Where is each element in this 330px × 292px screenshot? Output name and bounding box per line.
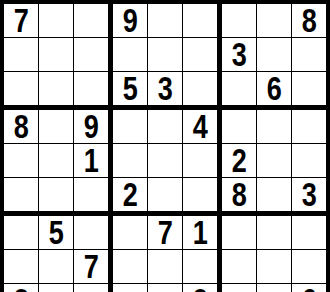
cell-r2c3[interactable]	[74, 38, 108, 71]
digit: 5	[48, 216, 63, 249]
cell-r1c8[interactable]	[257, 4, 291, 37]
cell-r9c9[interactable]: 6	[292, 284, 326, 292]
cell-r2c2[interactable]	[39, 38, 73, 71]
cell-r8c3[interactable]: 7	[74, 250, 108, 283]
cell-r6c7[interactable]: 8	[222, 178, 256, 211]
digit: 7	[13, 4, 28, 37]
cell-r9c6[interactable]: 2	[183, 284, 217, 292]
digit: 7	[83, 250, 98, 283]
cell-r2c1[interactable]	[4, 38, 38, 71]
digit: 8	[231, 178, 246, 211]
cell-r1c5[interactable]	[148, 4, 182, 37]
cell-r1c7[interactable]	[222, 4, 256, 37]
digit: 2	[122, 178, 137, 211]
box-r2c3: 283	[222, 110, 326, 211]
cell-r6c9[interactable]: 3	[292, 178, 326, 211]
cell-r3c3[interactable]	[74, 72, 108, 105]
box-r3c1: 573	[4, 216, 108, 292]
digit: 7	[157, 216, 172, 249]
cell-r7c3[interactable]	[74, 216, 108, 249]
digit: 4	[192, 110, 207, 143]
cell-r1c2[interactable]	[39, 4, 73, 37]
cell-r7c1[interactable]	[4, 216, 38, 249]
cell-r6c5[interactable]	[148, 178, 182, 211]
cell-r5c9[interactable]	[292, 144, 326, 177]
cell-r4c3[interactable]: 9	[74, 110, 108, 143]
digit: 1	[192, 216, 207, 249]
cell-r8c6[interactable]	[183, 250, 217, 283]
cell-r3c8[interactable]: 6	[257, 72, 291, 105]
cell-r1c3[interactable]	[74, 4, 108, 37]
cell-r2c4[interactable]	[113, 38, 147, 71]
digit: 3	[157, 72, 172, 105]
digit: 9	[122, 4, 137, 37]
cell-r9c2[interactable]	[39, 284, 73, 292]
digit: 6	[266, 72, 281, 105]
cell-r5c1[interactable]	[4, 144, 38, 177]
cell-r6c6[interactable]	[183, 178, 217, 211]
cell-r5c8[interactable]	[257, 144, 291, 177]
cell-r5c5[interactable]	[148, 144, 182, 177]
cell-r4c5[interactable]	[148, 110, 182, 143]
cell-r1c4[interactable]: 9	[113, 4, 147, 37]
cell-r8c4[interactable]	[113, 250, 147, 283]
cell-r7c8[interactable]	[257, 216, 291, 249]
cell-r9c4[interactable]	[113, 284, 147, 292]
cell-r6c1[interactable]	[4, 178, 38, 211]
cell-r8c8[interactable]	[257, 250, 291, 283]
cell-r5c6[interactable]	[183, 144, 217, 177]
cell-r4c7[interactable]	[222, 110, 256, 143]
box-r1c1: 7	[4, 4, 108, 105]
cell-r5c3[interactable]: 1	[74, 144, 108, 177]
cell-r4c1[interactable]: 8	[4, 110, 38, 143]
cell-r8c5[interactable]	[148, 250, 182, 283]
cell-r4c4[interactable]	[113, 110, 147, 143]
cell-r1c9[interactable]: 8	[292, 4, 326, 37]
cell-r4c8[interactable]	[257, 110, 291, 143]
cell-r2c6[interactable]	[183, 38, 217, 71]
cell-r2c5[interactable]	[148, 38, 182, 71]
cell-r3c1[interactable]	[4, 72, 38, 105]
cell-r7c5[interactable]: 7	[148, 216, 182, 249]
digit: 9	[83, 110, 98, 143]
cell-r6c3[interactable]	[74, 178, 108, 211]
digit: 1	[83, 144, 98, 177]
cell-r8c2[interactable]	[39, 250, 73, 283]
cell-r8c7[interactable]	[222, 250, 256, 283]
cell-r6c8[interactable]	[257, 178, 291, 211]
digit: 6	[301, 284, 316, 292]
cell-r5c4[interactable]	[113, 144, 147, 177]
cell-r7c9[interactable]	[292, 216, 326, 249]
cell-r7c6[interactable]: 1	[183, 216, 217, 249]
cell-r4c9[interactable]	[292, 110, 326, 143]
cell-r4c6[interactable]: 4	[183, 110, 217, 143]
digit: 8	[13, 110, 28, 143]
box-r2c2: 42	[113, 110, 217, 211]
cell-r2c9[interactable]	[292, 38, 326, 71]
box-r3c2: 712	[113, 216, 217, 292]
cell-r7c4[interactable]	[113, 216, 147, 249]
digit: 5	[122, 72, 137, 105]
cell-r5c7[interactable]: 2	[222, 144, 256, 177]
cell-r6c2[interactable]	[39, 178, 73, 211]
sudoku-board: 7953836891422835737126	[0, 0, 330, 292]
box-r1c3: 836	[222, 4, 326, 105]
cell-r2c8[interactable]	[257, 38, 291, 71]
cell-r9c7[interactable]	[222, 284, 256, 292]
cell-r7c7[interactable]	[222, 216, 256, 249]
digit: 8	[301, 4, 316, 37]
cell-r7c2[interactable]: 5	[39, 216, 73, 249]
cell-r9c3[interactable]	[74, 284, 108, 292]
box-r2c1: 891	[4, 110, 108, 211]
cell-r9c8[interactable]	[257, 284, 291, 292]
digit: 3	[301, 178, 316, 211]
cell-r6c4[interactable]: 2	[113, 178, 147, 211]
digit: 2	[192, 284, 207, 292]
cell-r8c9[interactable]	[292, 250, 326, 283]
cell-r3c4[interactable]: 5	[113, 72, 147, 105]
cell-r5c2[interactable]	[39, 144, 73, 177]
cell-r4c2[interactable]	[39, 110, 73, 143]
digit: 3	[13, 284, 28, 292]
cell-r1c1[interactable]: 7	[4, 4, 38, 37]
box-r1c2: 953	[113, 4, 217, 105]
cell-r3c2[interactable]	[39, 72, 73, 105]
cell-r3c5[interactable]: 3	[148, 72, 182, 105]
digit: 3	[231, 38, 246, 71]
cell-r2c7[interactable]: 3	[222, 38, 256, 71]
cell-r1c6[interactable]	[183, 4, 217, 37]
cell-r9c1[interactable]: 3	[4, 284, 38, 292]
cell-r3c7[interactable]	[222, 72, 256, 105]
box-r3c3: 6	[222, 216, 326, 292]
cell-r3c6[interactable]	[183, 72, 217, 105]
cell-r8c1[interactable]	[4, 250, 38, 283]
digit: 2	[231, 144, 246, 177]
cell-r9c5[interactable]	[148, 284, 182, 292]
cell-r3c9[interactable]	[292, 72, 326, 105]
